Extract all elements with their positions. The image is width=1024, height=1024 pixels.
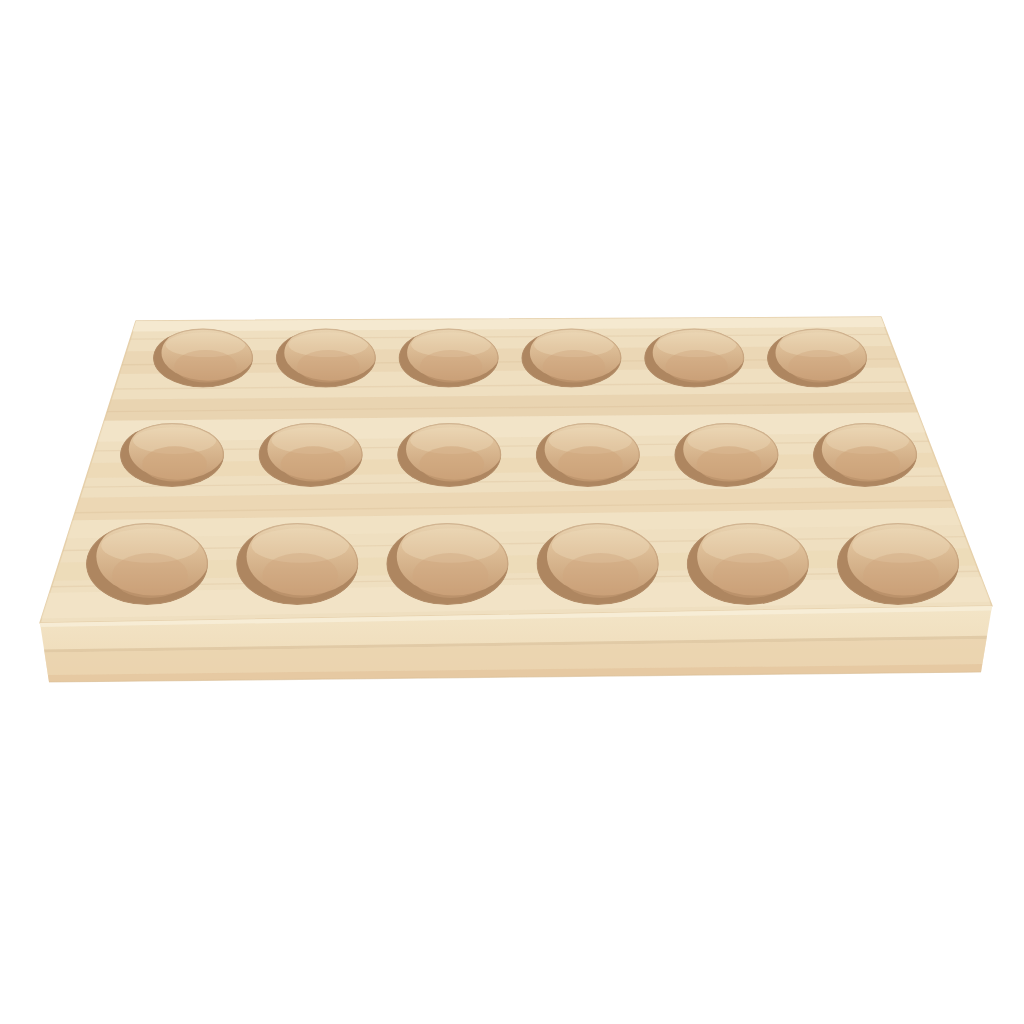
pit-floor bbox=[420, 350, 482, 382]
wooden-tray-board bbox=[0, 0, 1024, 1024]
pit-floor bbox=[543, 350, 605, 382]
pit-floor bbox=[175, 350, 237, 382]
pit-floor bbox=[281, 446, 345, 481]
product-photo bbox=[0, 0, 1024, 1024]
pit-floor bbox=[863, 553, 939, 598]
pit-floor bbox=[563, 553, 639, 598]
pit-floor bbox=[835, 446, 899, 481]
pit-floor bbox=[697, 446, 761, 481]
pit-floor bbox=[666, 350, 728, 382]
pit-floor bbox=[142, 446, 206, 481]
pit-floor bbox=[789, 350, 851, 382]
pit-floor bbox=[112, 553, 188, 598]
pit-floor bbox=[297, 350, 359, 382]
pit-floor bbox=[413, 553, 489, 598]
pit-floor bbox=[420, 446, 484, 481]
pit-floor bbox=[558, 446, 622, 481]
pit-floor bbox=[713, 553, 789, 598]
pit-floor bbox=[262, 553, 338, 598]
